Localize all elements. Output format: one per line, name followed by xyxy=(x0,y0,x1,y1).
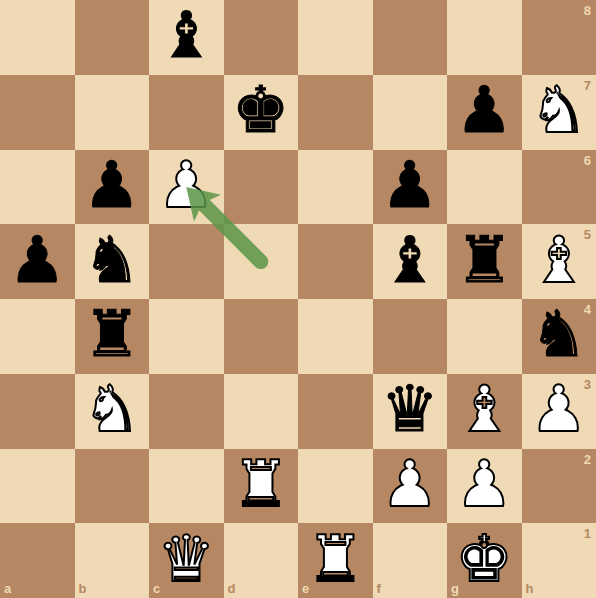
rank-label-2: 2 xyxy=(584,453,591,466)
piece-black-pawn-a5[interactable]: ♟ xyxy=(9,223,66,297)
square-f1[interactable]: f xyxy=(373,523,448,598)
square-g8[interactable] xyxy=(447,0,522,75)
square-d4[interactable] xyxy=(224,299,299,374)
square-b6[interactable]: ♟ xyxy=(75,150,150,225)
square-c1[interactable]: c♛ xyxy=(149,523,224,598)
file-label-h: h xyxy=(526,582,534,595)
file-label-a: a xyxy=(4,582,11,595)
square-c8[interactable]: ♝ xyxy=(149,0,224,75)
square-c4[interactable] xyxy=(149,299,224,374)
square-h4[interactable]: 4♞ xyxy=(522,299,596,374)
square-f3[interactable]: ♛ xyxy=(373,374,448,449)
square-d5[interactable] xyxy=(224,224,299,299)
square-e8[interactable] xyxy=(298,0,373,75)
piece-white-pawn-c6[interactable]: ♟ xyxy=(158,148,215,222)
square-c5[interactable] xyxy=(149,224,224,299)
piece-black-king-d7[interactable]: ♚ xyxy=(232,73,289,147)
piece-black-pawn-g7[interactable]: ♟ xyxy=(456,73,513,147)
square-g7[interactable]: ♟ xyxy=(447,75,522,150)
square-e7[interactable] xyxy=(298,75,373,150)
square-f6[interactable]: ♟ xyxy=(373,150,448,225)
square-d7[interactable]: ♚ xyxy=(224,75,299,150)
square-g1[interactable]: g♚ xyxy=(447,523,522,598)
piece-white-king-g1[interactable]: ♚ xyxy=(456,522,513,596)
square-a8[interactable] xyxy=(0,0,75,75)
piece-black-bishop-c8[interactable]: ♝ xyxy=(158,0,215,72)
file-label-f: f xyxy=(377,582,381,595)
square-a1[interactable]: a xyxy=(0,523,75,598)
square-h7[interactable]: 7♞ xyxy=(522,75,596,150)
piece-black-rook-g5[interactable]: ♜ xyxy=(456,223,513,297)
file-label-b: b xyxy=(79,582,87,595)
square-f2[interactable]: ♟ xyxy=(373,449,448,524)
square-g3[interactable]: ♝ xyxy=(447,374,522,449)
piece-white-pawn-f2[interactable]: ♟ xyxy=(381,447,438,521)
rank-label-1: 1 xyxy=(584,527,591,540)
piece-black-knight-b5[interactable]: ♞ xyxy=(83,223,140,297)
piece-black-knight-h4[interactable]: ♞ xyxy=(530,297,587,371)
square-e3[interactable] xyxy=(298,374,373,449)
square-b1[interactable]: b xyxy=(75,523,150,598)
piece-white-rook-e1[interactable]: ♜ xyxy=(307,522,364,596)
file-label-d: d xyxy=(228,582,236,595)
piece-white-knight-b3[interactable]: ♞ xyxy=(83,372,140,446)
square-d1[interactable]: d xyxy=(224,523,299,598)
square-c3[interactable] xyxy=(149,374,224,449)
square-f4[interactable] xyxy=(373,299,448,374)
square-e4[interactable] xyxy=(298,299,373,374)
piece-black-rook-b4[interactable]: ♜ xyxy=(83,297,140,371)
square-f8[interactable] xyxy=(373,0,448,75)
square-g4[interactable] xyxy=(447,299,522,374)
piece-black-pawn-b6[interactable]: ♟ xyxy=(83,148,140,222)
piece-black-bishop-f5[interactable]: ♝ xyxy=(381,223,438,297)
square-d8[interactable] xyxy=(224,0,299,75)
square-b3[interactable]: ♞ xyxy=(75,374,150,449)
piece-black-queen-f3[interactable]: ♛ xyxy=(381,372,438,446)
square-b5[interactable]: ♞ xyxy=(75,224,150,299)
board-squares: ♝8♚♟7♞♟♟♟6♟♞♝♜5♝♜4♞♞♛♝3♟♜♟♟2abc♛de♜fg♚h1 xyxy=(0,0,596,598)
piece-white-pawn-g2[interactable]: ♟ xyxy=(456,447,513,521)
square-h2[interactable]: 2 xyxy=(522,449,596,524)
square-g2[interactable]: ♟ xyxy=(447,449,522,524)
square-c2[interactable] xyxy=(149,449,224,524)
square-b2[interactable] xyxy=(75,449,150,524)
square-g5[interactable]: ♜ xyxy=(447,224,522,299)
piece-white-pawn-h3[interactable]: ♟ xyxy=(530,372,587,446)
chess-board: ♝8♚♟7♞♟♟♟6♟♞♝♜5♝♜4♞♞♛♝3♟♜♟♟2abc♛de♜fg♚h1 xyxy=(0,0,596,598)
square-g6[interactable] xyxy=(447,150,522,225)
rank-label-6: 6 xyxy=(584,154,591,167)
square-h1[interactable]: h1 xyxy=(522,523,596,598)
piece-white-queen-c1[interactable]: ♛ xyxy=(158,522,215,596)
square-d2[interactable]: ♜ xyxy=(224,449,299,524)
square-a7[interactable] xyxy=(0,75,75,150)
square-d6[interactable] xyxy=(224,150,299,225)
rank-label-8: 8 xyxy=(584,4,591,17)
square-h5[interactable]: 5♝ xyxy=(522,224,596,299)
square-a5[interactable]: ♟ xyxy=(0,224,75,299)
square-a4[interactable] xyxy=(0,299,75,374)
square-d3[interactable] xyxy=(224,374,299,449)
square-e6[interactable] xyxy=(298,150,373,225)
square-c7[interactable] xyxy=(149,75,224,150)
piece-white-bishop-g3[interactable]: ♝ xyxy=(456,372,513,446)
square-h8[interactable]: 8 xyxy=(522,0,596,75)
piece-white-rook-d2[interactable]: ♜ xyxy=(232,447,289,521)
piece-white-knight-h7[interactable]: ♞ xyxy=(530,73,587,147)
square-h3[interactable]: 3♟ xyxy=(522,374,596,449)
square-a2[interactable] xyxy=(0,449,75,524)
square-e2[interactable] xyxy=(298,449,373,524)
square-a3[interactable] xyxy=(0,374,75,449)
square-e1[interactable]: e♜ xyxy=(298,523,373,598)
square-b7[interactable] xyxy=(75,75,150,150)
piece-black-pawn-f6[interactable]: ♟ xyxy=(381,148,438,222)
square-c6[interactable]: ♟ xyxy=(149,150,224,225)
square-f7[interactable] xyxy=(373,75,448,150)
piece-white-bishop-h5[interactable]: ♝ xyxy=(530,223,587,297)
square-b8[interactable] xyxy=(75,0,150,75)
square-b4[interactable]: ♜ xyxy=(75,299,150,374)
square-a6[interactable] xyxy=(0,150,75,225)
square-e5[interactable] xyxy=(298,224,373,299)
square-h6[interactable]: 6 xyxy=(522,150,596,225)
square-f5[interactable]: ♝ xyxy=(373,224,448,299)
